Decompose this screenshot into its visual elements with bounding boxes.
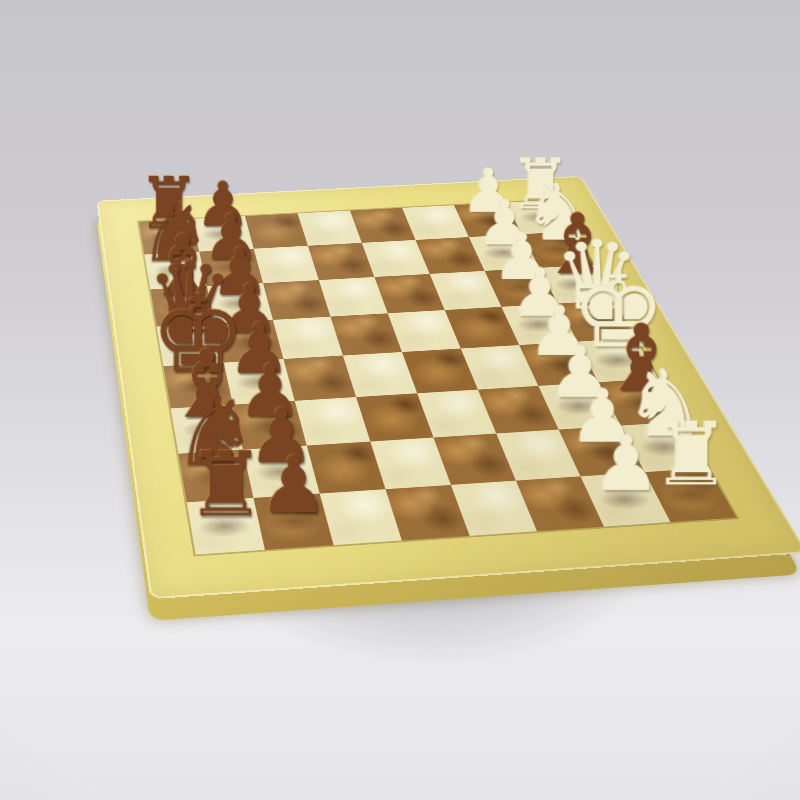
piece-glyph: ♜: [140, 440, 312, 529]
chess-board: ♜♟♟♜♞♟♟♞♝♟♟♝♛♟♟♛♚♟♟♚♝♟♟♝♞♟♟♞♜♟♟♜: [97, 176, 800, 599]
photo-background: ♜♟♟♜♞♟♟♞♝♟♟♝♛♟♟♛♚♟♟♚♝♟♟♝♞♟♟♞♜♟♟♜: [0, 0, 800, 800]
perspective-container: ♜♟♟♜♞♟♟♞♝♟♟♝♛♟♟♛♚♟♟♚♝♟♟♝♞♟♟♞♜♟♟♜: [0, 0, 800, 800]
pieces-layer: ♜♟♟♜♞♟♟♞♝♟♟♝♛♟♟♛♚♟♟♚♝♟♟♝♞♟♟♞♜♟♟♜: [139, 200, 737, 555]
piece-glyph: ♟: [542, 426, 710, 502]
